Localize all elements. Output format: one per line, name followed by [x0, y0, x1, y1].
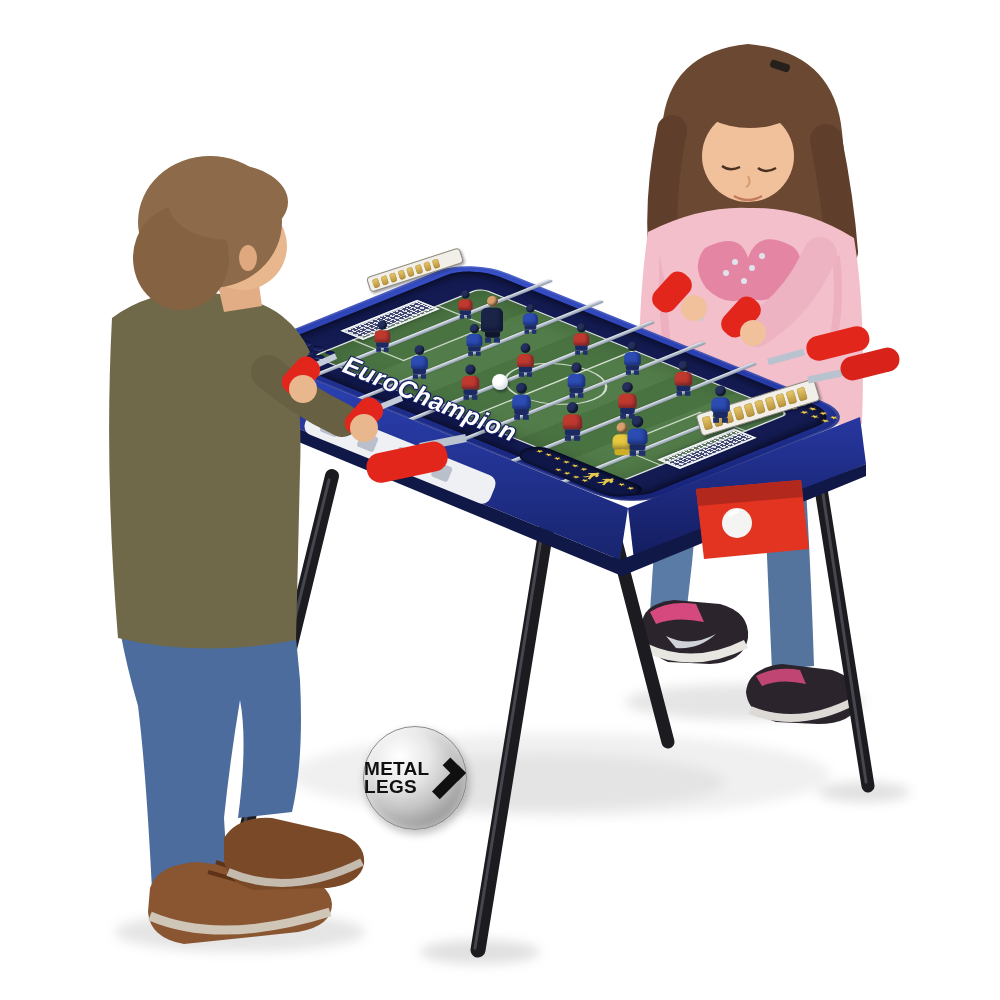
- boy-shoe-sole: [228, 862, 362, 883]
- table-legs: [241, 470, 868, 950]
- boy-hair-top: [168, 164, 288, 240]
- girl-eye: [722, 166, 740, 169]
- ball-tray: [696, 480, 809, 559]
- girl-forearm: [756, 254, 820, 330]
- stud-decor: [289, 345, 302, 350]
- rod-stub: [768, 352, 804, 362]
- girl-sneaker-sole: [646, 644, 746, 658]
- table-leg-highlight: [475, 514, 545, 948]
- bead-decor: [723, 409, 734, 424]
- girl-hair: [648, 44, 856, 282]
- spare-ball: [722, 508, 752, 538]
- foreground-art: [0, 0, 1000, 1000]
- boy-ear: [239, 245, 257, 271]
- stud-decor: [299, 340, 312, 345]
- bead-decor: [702, 416, 713, 431]
- bead-decor: [786, 390, 797, 405]
- girl-hair-lock: [662, 130, 672, 258]
- table-leg-highlight: [820, 474, 866, 782]
- bead-decor: [744, 403, 755, 418]
- boy-hair: [133, 206, 229, 310]
- bead-decor: [380, 275, 388, 285]
- girl-sneaker-sole: [750, 700, 856, 718]
- bead-decor: [733, 406, 744, 421]
- bead-decor: [372, 277, 380, 287]
- bead-decor: [432, 258, 440, 268]
- metal-legs-badge: METAL LEGS: [363, 726, 467, 830]
- girl-hand: [740, 320, 766, 346]
- girl-forearm: [676, 248, 692, 306]
- rod-handle: [648, 267, 697, 317]
- bead-decor: [765, 396, 776, 411]
- bead-decor: [712, 412, 723, 427]
- bead-decor: [406, 266, 414, 276]
- girl-hair-top: [696, 68, 804, 128]
- stud-decor: [277, 340, 290, 345]
- rod-stub: [688, 300, 702, 320]
- stud-decor: [313, 354, 326, 359]
- product-photo: ★★★★★★★★★★ ★★★★★★★★★★★★ EuroChampion: [0, 0, 1000, 1000]
- girl-sleeve-fold: [830, 256, 838, 352]
- bead-decor: [796, 387, 807, 402]
- stud-decor: [285, 351, 298, 356]
- boy-shoe-sole: [150, 912, 330, 930]
- boy-neck: [218, 278, 262, 312]
- girl-sneaker-right: [746, 664, 858, 724]
- chevron-right-icon: [424, 757, 466, 799]
- bead-decor: [389, 272, 397, 282]
- bead-decor: [423, 261, 431, 271]
- bead-decor: [754, 400, 765, 415]
- table-leg: [612, 526, 668, 742]
- bead-decor: [397, 269, 405, 279]
- girl-sequins: [723, 253, 765, 284]
- stud-decor: [287, 336, 300, 341]
- table-leg: [818, 470, 868, 786]
- floor-shadows: [115, 684, 910, 964]
- rod-stub: [750, 326, 760, 344]
- rod-handle: [364, 439, 450, 485]
- table-leg: [243, 476, 332, 842]
- girl-eye: [758, 168, 776, 171]
- boy-player: [109, 156, 364, 944]
- players-layer: [0, 0, 1000, 1000]
- girl-hand: [681, 295, 707, 321]
- badge-line2: LEGS: [364, 778, 430, 796]
- stud-decor: [311, 345, 324, 350]
- boy-shoe-back: [224, 818, 364, 890]
- bead-decor: [775, 393, 786, 408]
- table-sides-art: [0, 0, 1000, 1000]
- star-decor: ★: [818, 418, 833, 424]
- girl-sneaker-left: [642, 600, 748, 664]
- match-ball: [492, 374, 508, 390]
- girl-face: [702, 110, 794, 202]
- girl-hair-clip: [769, 59, 790, 73]
- girl-hair-lock: [826, 140, 842, 252]
- base-art: [0, 0, 1000, 1000]
- girl-sneaker-pink: [650, 603, 704, 624]
- girl-fringe: [702, 82, 798, 124]
- table-leg-highlight: [241, 480, 329, 838]
- bead-decor: [415, 264, 423, 274]
- rod-handle: [717, 292, 766, 342]
- girl-mouth: [734, 196, 762, 200]
- boy-hair: [138, 156, 282, 288]
- rod-handle: [838, 345, 902, 383]
- stud-decor: [323, 350, 336, 355]
- foosball-table-top: ★★★★★★★★★★ ★★★★★★★★★★★★: [241, 258, 860, 509]
- boy-face: [199, 202, 287, 290]
- girl-nose: [746, 176, 750, 187]
- girl-butterfly-print: [698, 239, 801, 301]
- boy-hand: [350, 414, 378, 442]
- badge-text: METAL LEGS: [364, 760, 430, 796]
- girl-sneaker-pink: [756, 669, 806, 686]
- rod-stub: [808, 372, 846, 380]
- boy-shoe-laces: [208, 862, 250, 882]
- boy-shoe-front: [148, 862, 332, 944]
- girl-sneaker-swoosh: [666, 634, 716, 648]
- stud-decor: [301, 349, 314, 354]
- boy-jeans: [120, 630, 301, 890]
- table-leg: [478, 512, 549, 950]
- girl-jeans-right: [762, 426, 814, 670]
- foosball-rod: [293, 279, 554, 384]
- rod-handle: [804, 324, 872, 364]
